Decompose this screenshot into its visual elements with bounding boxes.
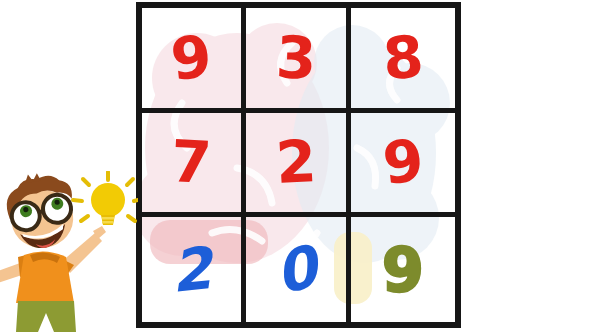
cell-value: 0 bbox=[270, 237, 322, 302]
boy-figure bbox=[0, 171, 106, 332]
cell-value: 2 bbox=[274, 132, 317, 192]
cell-value: 9 bbox=[169, 27, 215, 89]
grid-cell-r1c1: 9 bbox=[142, 8, 246, 113]
cell-value: 9 bbox=[380, 132, 426, 194]
board: 9 3 8 7 2 9 2 0 9 bbox=[136, 2, 461, 328]
cell-value: 7 bbox=[170, 132, 213, 192]
cell-value: 9 bbox=[382, 240, 424, 300]
grid-cell-r2c1: 7 bbox=[142, 113, 246, 218]
mascot-boy-illustration bbox=[0, 171, 138, 332]
cell-value: 8 bbox=[381, 27, 425, 88]
cell-value: 2 bbox=[169, 239, 215, 301]
grid-cell-r3c3: 9 bbox=[351, 217, 455, 322]
grid-cell-r3c2: 0 bbox=[246, 217, 350, 322]
grid-cell-r2c3: 9 bbox=[351, 113, 455, 218]
cell-value: 3 bbox=[275, 28, 317, 87]
grid-cell-r1c3: 8 bbox=[351, 8, 455, 113]
grid: 9 3 8 7 2 9 2 0 9 bbox=[142, 8, 455, 322]
puzzle-scene: 9 3 8 7 2 9 2 0 9 bbox=[0, 0, 600, 332]
grid-cell-r2c2: 2 bbox=[246, 113, 350, 218]
grid-cell-r1c2: 3 bbox=[246, 8, 350, 113]
grid-cell-r3c1: 2 bbox=[142, 217, 246, 322]
idea-lightbulb-icon bbox=[73, 172, 138, 225]
